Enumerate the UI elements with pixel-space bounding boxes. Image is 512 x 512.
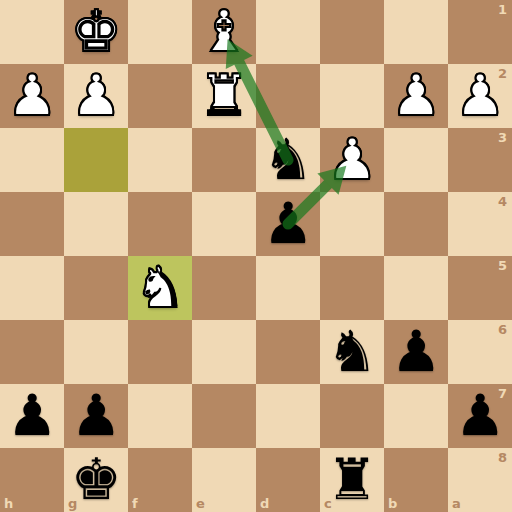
square-c6[interactable]: ♞	[320, 320, 384, 384]
square-h6[interactable]	[0, 320, 64, 384]
square-e2[interactable]: ♜	[192, 64, 256, 128]
square-g1[interactable]: ♚	[64, 0, 128, 64]
square-f8[interactable]: f	[128, 448, 192, 512]
rank-label-4: 4	[498, 194, 507, 209]
black-rook[interactable]: ♜	[326, 451, 377, 508]
square-d2[interactable]	[256, 64, 320, 128]
square-h3[interactable]	[0, 128, 64, 192]
square-f1[interactable]	[128, 0, 192, 64]
square-f5[interactable]: ♞	[128, 256, 192, 320]
square-g5[interactable]	[64, 256, 128, 320]
white-pawn[interactable]: ♟	[6, 67, 57, 124]
square-g6[interactable]	[64, 320, 128, 384]
square-f3[interactable]	[128, 128, 192, 192]
black-pawn[interactable]: ♟	[262, 195, 313, 252]
black-pawn[interactable]: ♟	[454, 387, 505, 444]
file-label-h: h	[4, 496, 13, 511]
square-c8[interactable]: c♜	[320, 448, 384, 512]
black-pawn[interactable]: ♟	[6, 387, 57, 444]
square-f6[interactable]	[128, 320, 192, 384]
square-d1[interactable]	[256, 0, 320, 64]
square-f4[interactable]	[128, 192, 192, 256]
file-label-b: b	[388, 496, 397, 511]
square-h5[interactable]	[0, 256, 64, 320]
square-d6[interactable]	[256, 320, 320, 384]
square-c2[interactable]	[320, 64, 384, 128]
square-g3[interactable]	[64, 128, 128, 192]
square-h1[interactable]	[0, 0, 64, 64]
square-e5[interactable]	[192, 256, 256, 320]
square-c4[interactable]	[320, 192, 384, 256]
square-e8[interactable]: e	[192, 448, 256, 512]
square-g8[interactable]: g♚	[64, 448, 128, 512]
square-c3[interactable]: ♟	[320, 128, 384, 192]
square-a5[interactable]: 5	[448, 256, 512, 320]
rank-label-3: 3	[498, 130, 507, 145]
square-h8[interactable]: h	[0, 448, 64, 512]
square-a3[interactable]: 3	[448, 128, 512, 192]
file-label-a: a	[452, 496, 461, 511]
square-g2[interactable]: ♟	[64, 64, 128, 128]
square-g4[interactable]	[64, 192, 128, 256]
square-e1[interactable]: ♝	[192, 0, 256, 64]
square-b4[interactable]	[384, 192, 448, 256]
square-a7[interactable]: 7♟	[448, 384, 512, 448]
square-h4[interactable]	[0, 192, 64, 256]
square-h2[interactable]: ♟	[0, 64, 64, 128]
square-d5[interactable]	[256, 256, 320, 320]
square-f7[interactable]	[128, 384, 192, 448]
square-a4[interactable]: 4	[448, 192, 512, 256]
square-b2[interactable]: ♟	[384, 64, 448, 128]
square-b3[interactable]	[384, 128, 448, 192]
file-label-d: d	[260, 496, 269, 511]
rank-label-8: 8	[498, 450, 507, 465]
square-b8[interactable]: b	[384, 448, 448, 512]
file-label-f: f	[132, 496, 138, 511]
square-e4[interactable]	[192, 192, 256, 256]
square-g7[interactable]: ♟	[64, 384, 128, 448]
white-knight[interactable]: ♞	[134, 259, 185, 316]
black-pawn[interactable]: ♟	[390, 323, 441, 380]
file-label-e: e	[196, 496, 205, 511]
square-f2[interactable]	[128, 64, 192, 128]
rank-label-5: 5	[498, 258, 507, 273]
white-pawn[interactable]: ♟	[70, 67, 121, 124]
square-h7[interactable]: ♟	[0, 384, 64, 448]
square-a6[interactable]: 6	[448, 320, 512, 384]
black-knight[interactable]: ♞	[326, 323, 377, 380]
black-king[interactable]: ♚	[70, 451, 121, 508]
square-a8[interactable]: a8	[448, 448, 512, 512]
black-pawn[interactable]: ♟	[70, 387, 121, 444]
rank-label-1: 1	[498, 2, 507, 17]
square-d8[interactable]: d	[256, 448, 320, 512]
white-king[interactable]: ♚	[70, 3, 121, 60]
square-d7[interactable]	[256, 384, 320, 448]
square-b7[interactable]	[384, 384, 448, 448]
chess-board: ♚♝1♟♟♜♟2♟♞♟3♟4♞5♞♟6♟♟7♟hg♚fedc♜ba8	[0, 0, 512, 512]
square-d4[interactable]: ♟	[256, 192, 320, 256]
white-rook[interactable]: ♜	[198, 67, 249, 124]
square-e7[interactable]	[192, 384, 256, 448]
square-b5[interactable]	[384, 256, 448, 320]
rank-label-6: 6	[498, 322, 507, 337]
white-pawn[interactable]: ♟	[454, 67, 505, 124]
square-c7[interactable]	[320, 384, 384, 448]
square-a2[interactable]: 2♟	[448, 64, 512, 128]
square-c1[interactable]	[320, 0, 384, 64]
black-knight[interactable]: ♞	[262, 131, 313, 188]
square-e3[interactable]	[192, 128, 256, 192]
square-c5[interactable]	[320, 256, 384, 320]
white-pawn[interactable]: ♟	[326, 131, 377, 188]
square-a1[interactable]: 1	[448, 0, 512, 64]
square-d3[interactable]: ♞	[256, 128, 320, 192]
white-bishop[interactable]: ♝	[198, 3, 249, 60]
square-e6[interactable]	[192, 320, 256, 384]
square-b6[interactable]: ♟	[384, 320, 448, 384]
white-pawn[interactable]: ♟	[390, 67, 441, 124]
square-b1[interactable]	[384, 0, 448, 64]
